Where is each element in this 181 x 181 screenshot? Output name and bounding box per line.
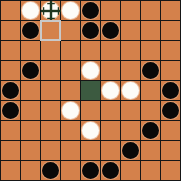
cell-b1[interactable] <box>21 1 41 21</box>
white-defender-stone[interactable] <box>82 122 99 139</box>
cell-h1[interactable] <box>141 1 161 21</box>
king-cross-icon <box>41 1 61 21</box>
cell-a4[interactable] <box>1 61 21 81</box>
cell-d7[interactable] <box>61 121 81 141</box>
cell-a6[interactable] <box>1 101 21 121</box>
cell-f6[interactable] <box>101 101 121 121</box>
cell-g4[interactable] <box>121 61 141 81</box>
cell-f5[interactable] <box>101 81 121 101</box>
cell-b2[interactable] <box>21 21 41 41</box>
cell-g2[interactable] <box>121 21 141 41</box>
cell-e5[interactable] <box>81 81 101 101</box>
cell-h9[interactable] <box>141 161 161 181</box>
black-attacker-stone[interactable] <box>22 62 39 79</box>
white-defender-stone[interactable] <box>82 62 99 79</box>
cell-a1[interactable] <box>1 1 21 21</box>
cell-b3[interactable] <box>21 41 41 61</box>
cell-i5[interactable] <box>161 81 181 101</box>
cell-c9[interactable] <box>41 161 61 181</box>
cell-g3[interactable] <box>121 41 141 61</box>
cell-d1[interactable] <box>61 1 81 21</box>
cell-i7[interactable] <box>161 121 181 141</box>
cell-a9[interactable] <box>1 161 21 181</box>
white-defender-stone[interactable] <box>22 2 39 19</box>
black-attacker-stone[interactable] <box>22 22 39 39</box>
cell-a2[interactable] <box>1 21 21 41</box>
cell-f9[interactable] <box>101 161 121 181</box>
cell-c7[interactable] <box>41 121 61 141</box>
cell-h8[interactable] <box>141 141 161 161</box>
cell-b5[interactable] <box>21 81 41 101</box>
cell-e2[interactable] <box>81 21 101 41</box>
cell-i1[interactable] <box>161 1 181 21</box>
cell-a5[interactable] <box>1 81 21 101</box>
cell-e7[interactable] <box>81 121 101 141</box>
cell-h7[interactable] <box>141 121 161 141</box>
cell-d3[interactable] <box>61 41 81 61</box>
black-attacker-stone[interactable] <box>122 142 139 159</box>
black-attacker-stone[interactable] <box>162 102 179 119</box>
cell-h5[interactable] <box>141 81 161 101</box>
cell-h6[interactable] <box>141 101 161 121</box>
cell-c5[interactable] <box>41 81 61 101</box>
white-defender-stone[interactable] <box>122 82 139 99</box>
cell-e8[interactable] <box>81 141 101 161</box>
cell-b7[interactable] <box>21 121 41 141</box>
cell-f4[interactable] <box>101 61 121 81</box>
board <box>0 0 181 181</box>
cell-a3[interactable] <box>1 41 21 61</box>
king-stone[interactable] <box>42 2 59 19</box>
cell-e4[interactable] <box>81 61 101 81</box>
black-attacker-stone[interactable] <box>2 82 19 99</box>
black-attacker-stone[interactable] <box>102 22 119 39</box>
black-attacker-stone[interactable] <box>102 162 119 179</box>
cell-b9[interactable] <box>21 161 41 181</box>
cell-d8[interactable] <box>61 141 81 161</box>
cell-i2[interactable] <box>161 21 181 41</box>
cell-f3[interactable] <box>101 41 121 61</box>
cell-e9[interactable] <box>81 161 101 181</box>
cell-f2[interactable] <box>101 21 121 41</box>
cell-d6[interactable] <box>61 101 81 121</box>
cell-e3[interactable] <box>81 41 101 61</box>
cell-g7[interactable] <box>121 121 141 141</box>
cell-c2[interactable] <box>41 21 61 41</box>
cell-i6[interactable] <box>161 101 181 121</box>
cell-c4[interactable] <box>41 61 61 81</box>
black-attacker-stone[interactable] <box>162 82 179 99</box>
black-attacker-stone[interactable] <box>2 102 19 119</box>
cell-e1[interactable] <box>81 1 101 21</box>
cell-h4[interactable] <box>141 61 161 81</box>
cell-c6[interactable] <box>41 101 61 121</box>
black-attacker-stone[interactable] <box>82 2 99 19</box>
black-attacker-stone[interactable] <box>42 162 59 179</box>
cell-c3[interactable] <box>41 41 61 61</box>
cell-d4[interactable] <box>61 61 81 81</box>
cell-b4[interactable] <box>21 61 41 81</box>
cell-e6[interactable] <box>81 101 101 121</box>
cell-a7[interactable] <box>1 121 21 141</box>
white-defender-stone[interactable] <box>62 2 79 19</box>
cell-h2[interactable] <box>141 21 161 41</box>
cell-f7[interactable] <box>101 121 121 141</box>
cell-g9[interactable] <box>121 161 141 181</box>
cell-c8[interactable] <box>41 141 61 161</box>
cell-d2[interactable] <box>61 21 81 41</box>
cell-g8[interactable] <box>121 141 141 161</box>
cell-i4[interactable] <box>161 61 181 81</box>
cell-f1[interactable] <box>101 1 121 21</box>
white-defender-stone[interactable] <box>62 102 79 119</box>
black-attacker-stone[interactable] <box>82 162 99 179</box>
cell-d9[interactable] <box>61 161 81 181</box>
black-attacker-stone[interactable] <box>142 122 159 139</box>
black-attacker-stone[interactable] <box>142 62 159 79</box>
cell-b6[interactable] <box>21 101 41 121</box>
cell-i3[interactable] <box>161 41 181 61</box>
cell-a8[interactable] <box>1 141 21 161</box>
cell-h3[interactable] <box>141 41 161 61</box>
cell-g5[interactable] <box>121 81 141 101</box>
cell-g1[interactable] <box>121 1 141 21</box>
cell-f8[interactable] <box>101 141 121 161</box>
cell-i9[interactable] <box>161 161 181 181</box>
white-defender-stone[interactable] <box>102 82 119 99</box>
cell-b8[interactable] <box>21 141 41 161</box>
cell-d5[interactable] <box>61 81 81 101</box>
black-attacker-stone[interactable] <box>82 22 99 39</box>
cell-g6[interactable] <box>121 101 141 121</box>
cell-i8[interactable] <box>161 141 181 161</box>
cell-c1[interactable] <box>41 1 61 21</box>
